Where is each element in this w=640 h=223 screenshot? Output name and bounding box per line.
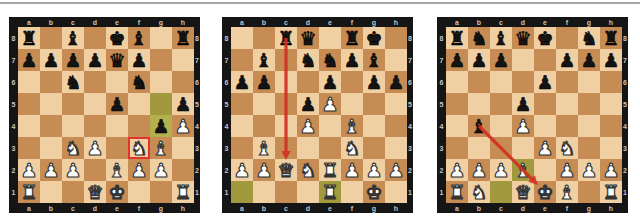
square-e6: ♟ — [319, 71, 341, 93]
square-e8 — [319, 27, 341, 49]
rank-label-8: 8 — [222, 27, 231, 49]
square-c8: ♜ — [275, 27, 297, 49]
square-a3 — [18, 137, 40, 159]
frame-corner — [194, 203, 200, 213]
square-d8: ♛ — [297, 27, 319, 49]
white-knight: ♞ — [341, 137, 363, 159]
square-e5: ♟ — [319, 93, 341, 115]
square-f4 — [128, 115, 150, 137]
frame-corner — [9, 203, 18, 213]
rank-label-8: 8 — [9, 27, 18, 49]
black-bishop: ♝ — [490, 27, 512, 49]
square-d1: ♛ — [512, 181, 534, 203]
square-g3 — [363, 137, 385, 159]
chess-board-2: abcdefgh8♜♛♜♚87♝♞♞♟♝76♟♟♟♟♟65♟♟54♟♝43♝♞3… — [222, 17, 413, 213]
square-g1 — [150, 181, 172, 203]
file-label-h: h — [385, 203, 407, 213]
frame-corner — [437, 203, 446, 213]
file-label-f: f — [341, 203, 363, 213]
rank-label-5: 5 — [194, 93, 200, 115]
square-c4 — [490, 115, 512, 137]
black-pawn: ♟ — [150, 115, 172, 137]
square-b5 — [468, 93, 490, 115]
white-knight: ♞ — [297, 159, 319, 181]
square-h7: ♟ — [600, 49, 622, 71]
rank-label-6: 6 — [437, 71, 446, 93]
white-pawn: ♟ — [512, 115, 534, 137]
rank-label-5: 5 — [437, 93, 446, 115]
square-a2: ♟ — [18, 159, 40, 181]
black-pawn: ♟ — [556, 49, 578, 71]
white-pawn: ♟ — [297, 115, 319, 137]
square-c1 — [275, 181, 297, 203]
white-rook: ♜ — [18, 181, 40, 203]
file-label-a: a — [18, 17, 40, 27]
frame-corner — [407, 17, 413, 27]
black-bishop: ♝ — [128, 27, 150, 49]
square-e2: ♝ — [106, 159, 128, 181]
square-c8: ♝ — [490, 27, 512, 49]
file-label-d: d — [512, 203, 534, 213]
white-rook: ♜ — [446, 181, 468, 203]
square-c4 — [275, 115, 297, 137]
black-king: ♚ — [534, 27, 556, 49]
rank-label-1: 1 — [407, 181, 413, 203]
file-label-d: d — [297, 17, 319, 27]
square-h1: ♜ — [600, 181, 622, 203]
rank-label-7: 7 — [622, 49, 628, 71]
square-e2: ♜ — [319, 159, 341, 181]
white-rook: ♜ — [319, 181, 341, 203]
square-e1: ♚ — [106, 181, 128, 203]
rank-label-8: 8 — [407, 27, 413, 49]
black-bishop: ♝ — [468, 115, 490, 137]
chess-board-1: abcdefgh8♜♝♚♝♜87♟♟♟♟♛♟76♞♞65♟♟54♟♟43♞♟♞♝… — [9, 17, 200, 213]
rank-label-2: 2 — [222, 159, 231, 181]
square-a2: ♟ — [446, 159, 468, 181]
square-a7: ♟ — [18, 49, 40, 71]
square-e4 — [106, 115, 128, 137]
square-b8 — [40, 27, 62, 49]
rank-label-4: 4 — [437, 115, 446, 137]
rank-label-3: 3 — [622, 137, 628, 159]
square-d5: ♟ — [297, 93, 319, 115]
white-pawn: ♟ — [490, 159, 512, 181]
rank-label-7: 7 — [407, 49, 413, 71]
white-bishop: ♝ — [556, 181, 578, 203]
square-f7: ♟ — [128, 49, 150, 71]
file-label-g: g — [150, 17, 172, 27]
square-h8: ♜ — [172, 27, 194, 49]
file-label-e: e — [534, 17, 556, 27]
top-divider-line — [0, 2, 640, 4]
square-f2: ♟ — [341, 159, 363, 181]
square-b7: ♟ — [40, 49, 62, 71]
white-pawn: ♟ — [468, 159, 490, 181]
square-h2 — [172, 159, 194, 181]
square-a4 — [446, 115, 468, 137]
black-knight: ♞ — [297, 49, 319, 71]
file-label-e: e — [106, 203, 128, 213]
square-g2: ♟ — [578, 159, 600, 181]
square-d7: ♞ — [297, 49, 319, 71]
file-label-h: h — [600, 203, 622, 213]
file-label-b: b — [40, 17, 62, 27]
black-bishop: ♝ — [62, 27, 84, 49]
square-c5 — [490, 93, 512, 115]
frame-corner — [437, 17, 446, 27]
frame-corner — [622, 203, 628, 213]
white-pawn: ♟ — [446, 159, 468, 181]
square-d3 — [297, 137, 319, 159]
black-pawn: ♟ — [319, 71, 341, 93]
square-b4: ♝ — [468, 115, 490, 137]
file-label-d: d — [297, 203, 319, 213]
square-e3: ♟ — [534, 137, 556, 159]
square-e4 — [534, 115, 556, 137]
file-label-b: b — [253, 203, 275, 213]
square-a6: ♟ — [231, 71, 253, 93]
square-f4 — [556, 115, 578, 137]
file-label-a: a — [231, 203, 253, 213]
white-bishop: ♝ — [253, 137, 275, 159]
black-king: ♚ — [363, 27, 385, 49]
square-h5: ♟ — [172, 93, 194, 115]
square-b6 — [468, 71, 490, 93]
square-h5 — [385, 93, 407, 115]
square-a7 — [231, 49, 253, 71]
square-g7: ♝ — [363, 49, 385, 71]
file-label-e: e — [319, 203, 341, 213]
square-d7 — [512, 49, 534, 71]
square-f4: ♝ — [341, 115, 363, 137]
square-b3 — [40, 137, 62, 159]
square-f6: ♞ — [128, 71, 150, 93]
black-pawn: ♟ — [341, 49, 363, 71]
square-a7: ♟ — [446, 49, 468, 71]
white-pawn: ♟ — [231, 159, 253, 181]
white-knight: ♞ — [556, 137, 578, 159]
square-g6 — [578, 71, 600, 93]
file-label-a: a — [231, 17, 253, 27]
square-c6: ♞ — [62, 71, 84, 93]
black-pawn: ♟ — [18, 49, 40, 71]
square-c4 — [62, 115, 84, 137]
rank-label-7: 7 — [194, 49, 200, 71]
white-bishop: ♝ — [512, 159, 534, 181]
black-rook: ♜ — [18, 27, 40, 49]
square-b5 — [253, 93, 275, 115]
frame-corner — [222, 203, 231, 213]
rank-label-2: 2 — [9, 159, 18, 181]
square-b1: ♞ — [468, 181, 490, 203]
square-d5: ♟ — [512, 93, 534, 115]
square-d4 — [84, 115, 106, 137]
square-g6: ♟ — [363, 71, 385, 93]
square-d4: ♟ — [512, 115, 534, 137]
square-f3: ♞ — [128, 137, 150, 159]
square-d8: ♛ — [512, 27, 534, 49]
white-bishop: ♝ — [106, 159, 128, 181]
rank-label-1: 1 — [622, 181, 628, 203]
square-a4 — [18, 115, 40, 137]
rank-label-5: 5 — [407, 93, 413, 115]
rank-label-6: 6 — [194, 71, 200, 93]
square-h2: ♟ — [385, 159, 407, 181]
rank-label-5: 5 — [222, 93, 231, 115]
square-g7: ♟ — [578, 49, 600, 71]
black-pawn: ♟ — [385, 71, 407, 93]
frame-corner — [407, 203, 413, 213]
white-queen: ♛ — [275, 159, 297, 181]
black-queen: ♛ — [512, 27, 534, 49]
file-label-c: c — [275, 203, 297, 213]
square-d3 — [512, 137, 534, 159]
square-g5 — [578, 93, 600, 115]
square-h6 — [600, 71, 622, 93]
square-g8: ♞ — [578, 27, 600, 49]
square-g3 — [578, 137, 600, 159]
square-a1: ♜ — [446, 181, 468, 203]
square-b5 — [40, 93, 62, 115]
square-c2: ♟ — [62, 159, 84, 181]
square-d2: ♝ — [512, 159, 534, 181]
file-label-f: f — [128, 17, 150, 27]
square-h7 — [172, 49, 194, 71]
file-label-c: c — [490, 203, 512, 213]
square-g3: ♝ — [150, 137, 172, 159]
rank-label-1: 1 — [222, 181, 231, 203]
file-label-b: b — [40, 203, 62, 213]
white-knight: ♞ — [62, 137, 84, 159]
white-pawn: ♟ — [62, 159, 84, 181]
rank-label-5: 5 — [622, 93, 628, 115]
square-d2: ♞ — [297, 159, 319, 181]
file-label-g: g — [578, 203, 600, 213]
black-pawn: ♟ — [363, 71, 385, 93]
file-label-g: g — [150, 203, 172, 213]
white-rook: ♜ — [172, 181, 194, 203]
white-bishop: ♝ — [150, 137, 172, 159]
black-pawn: ♟ — [128, 49, 150, 71]
file-label-b: b — [468, 203, 490, 213]
square-c2: ♟ — [490, 159, 512, 181]
square-e7 — [534, 49, 556, 71]
rank-label-5: 5 — [9, 93, 18, 115]
white-pawn: ♟ — [385, 159, 407, 181]
black-rook: ♜ — [275, 27, 297, 49]
square-f2: ♟ — [128, 159, 150, 181]
square-g8: ♚ — [363, 27, 385, 49]
square-b1 — [253, 181, 275, 203]
square-a3 — [446, 137, 468, 159]
file-label-h: h — [600, 17, 622, 27]
square-g8 — [150, 27, 172, 49]
square-c6 — [490, 71, 512, 93]
square-e5: ♟ — [106, 93, 128, 115]
square-e1: ♜ — [319, 181, 341, 203]
black-bishop: ♝ — [363, 49, 385, 71]
white-pawn: ♟ — [40, 159, 62, 181]
square-b3: ♝ — [253, 137, 275, 159]
white-bishop: ♝ — [341, 115, 363, 137]
rank-label-8: 8 — [622, 27, 628, 49]
square-d3: ♟ — [84, 137, 106, 159]
rank-label-7: 7 — [9, 49, 18, 71]
square-e3 — [106, 137, 128, 159]
frame-corner — [194, 17, 200, 27]
square-c3 — [275, 137, 297, 159]
rank-label-7: 7 — [222, 49, 231, 71]
square-a1 — [231, 181, 253, 203]
square-h3 — [385, 137, 407, 159]
square-g5 — [150, 93, 172, 115]
white-pawn: ♟ — [128, 159, 150, 181]
black-queen: ♛ — [297, 27, 319, 49]
white-pawn: ♟ — [600, 159, 622, 181]
white-pawn: ♟ — [319, 93, 341, 115]
square-f6 — [556, 71, 578, 93]
square-f2: ♟ — [556, 159, 578, 181]
square-g4 — [578, 115, 600, 137]
black-rook: ♜ — [600, 27, 622, 49]
square-a8: ♜ — [18, 27, 40, 49]
rank-label-1: 1 — [437, 181, 446, 203]
white-pawn: ♟ — [341, 159, 363, 181]
file-label-c: c — [490, 17, 512, 27]
file-label-c: c — [62, 17, 84, 27]
rank-label-6: 6 — [222, 71, 231, 93]
square-f1 — [128, 181, 150, 203]
square-g2: ♟ — [150, 159, 172, 181]
square-e1: ♚ — [534, 181, 556, 203]
square-a6 — [446, 71, 468, 93]
file-label-f: f — [341, 17, 363, 27]
rank-label-6: 6 — [407, 71, 413, 93]
rank-label-2: 2 — [194, 159, 200, 181]
rank-label-8: 8 — [194, 27, 200, 49]
black-pawn: ♟ — [490, 49, 512, 71]
square-g7 — [150, 49, 172, 71]
square-f1: ♝ — [556, 181, 578, 203]
black-pawn: ♟ — [84, 49, 106, 71]
square-c1 — [490, 181, 512, 203]
black-pawn: ♟ — [446, 49, 468, 71]
file-label-h: h — [385, 17, 407, 27]
white-king: ♚ — [534, 181, 556, 203]
square-c2: ♛ — [275, 159, 297, 181]
file-label-e: e — [319, 17, 341, 27]
black-king: ♚ — [106, 27, 128, 49]
rank-label-4: 4 — [194, 115, 200, 137]
black-pawn: ♟ — [172, 93, 194, 115]
square-g4 — [363, 115, 385, 137]
square-f1 — [341, 181, 363, 203]
file-label-a: a — [18, 203, 40, 213]
rank-label-6: 6 — [9, 71, 18, 93]
square-d7: ♟ — [84, 49, 106, 71]
square-b8: ♞ — [468, 27, 490, 49]
frame-corner — [622, 17, 628, 27]
square-h7 — [385, 49, 407, 71]
square-b6 — [40, 71, 62, 93]
square-e6: ♟ — [534, 71, 556, 93]
square-c8: ♝ — [62, 27, 84, 49]
white-pawn: ♟ — [578, 159, 600, 181]
square-f5 — [341, 93, 363, 115]
square-c3: ♞ — [62, 137, 84, 159]
white-queen: ♛ — [512, 181, 534, 203]
square-e7: ♛ — [106, 49, 128, 71]
square-h8 — [385, 27, 407, 49]
square-e2 — [534, 159, 556, 181]
square-h6: ♟ — [385, 71, 407, 93]
white-pawn: ♟ — [84, 137, 106, 159]
rank-label-1: 1 — [9, 181, 18, 203]
black-pawn: ♟ — [253, 71, 275, 93]
square-h4 — [385, 115, 407, 137]
square-f7: ♟ — [341, 49, 363, 71]
square-f8: ♜ — [341, 27, 363, 49]
square-f6 — [341, 71, 363, 93]
chess-diagrams-page: abcdefgh8♜♝♚♝♜87♟♟♟♟♛♟76♞♞65♟♟54♟♟43♞♟♞♝… — [0, 0, 640, 223]
square-d4: ♟ — [297, 115, 319, 137]
square-g2: ♟ — [363, 159, 385, 181]
square-g1: ♚ — [363, 181, 385, 203]
square-b2: ♟ — [253, 159, 275, 181]
square-f3: ♞ — [556, 137, 578, 159]
rank-label-3: 3 — [9, 137, 18, 159]
file-label-g: g — [578, 17, 600, 27]
file-label-b: b — [253, 17, 275, 27]
black-knight: ♞ — [319, 49, 341, 71]
square-c7: ♟ — [490, 49, 512, 71]
square-c7 — [275, 49, 297, 71]
square-f8 — [556, 27, 578, 49]
frame-corner — [222, 17, 231, 27]
square-e8: ♚ — [106, 27, 128, 49]
square-h1 — [385, 181, 407, 203]
square-f8: ♝ — [128, 27, 150, 49]
rank-label-3: 3 — [437, 137, 446, 159]
white-pawn: ♟ — [150, 159, 172, 181]
file-label-d: d — [84, 203, 106, 213]
white-pawn: ♟ — [253, 159, 275, 181]
file-label-b: b — [468, 17, 490, 27]
square-e5 — [534, 93, 556, 115]
rank-label-3: 3 — [407, 137, 413, 159]
square-d2 — [84, 159, 106, 181]
black-pawn: ♟ — [600, 49, 622, 71]
black-pawn: ♟ — [62, 49, 84, 71]
square-e7: ♞ — [319, 49, 341, 71]
white-pawn: ♟ — [172, 115, 194, 137]
black-pawn: ♟ — [578, 49, 600, 71]
white-pawn: ♟ — [556, 159, 578, 181]
frame-corner — [9, 17, 18, 27]
square-b3 — [468, 137, 490, 159]
rank-label-3: 3 — [194, 137, 200, 159]
rank-label-7: 7 — [437, 49, 446, 71]
black-pawn: ♟ — [231, 71, 253, 93]
chess-board-3: abcdefgh8♜♞♝♛♚♞♜87♟♟♟♟♟♟76♟65♟54♝♟43♟♞32… — [437, 17, 628, 213]
file-label-c: c — [275, 17, 297, 27]
file-label-g: g — [363, 17, 385, 27]
rank-label-3: 3 — [222, 137, 231, 159]
file-label-e: e — [534, 203, 556, 213]
square-b2: ♟ — [40, 159, 62, 181]
square-a8 — [231, 27, 253, 49]
